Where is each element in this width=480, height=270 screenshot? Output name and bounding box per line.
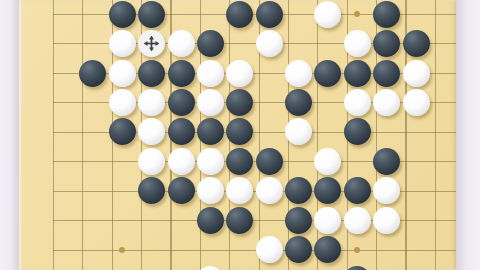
white-stone: [226, 60, 253, 87]
white-stone: [168, 148, 195, 175]
black-stone: [226, 207, 253, 234]
white-stone: [197, 177, 224, 204]
black-stone: [285, 177, 312, 204]
black-stone: [138, 177, 165, 204]
white-stone: [403, 89, 430, 116]
black-stone: [197, 118, 224, 145]
white-stone: [256, 177, 283, 204]
white-stone: [285, 60, 312, 87]
black-stone: [226, 89, 253, 116]
black-stone: [226, 118, 253, 145]
black-stone: [168, 89, 195, 116]
letterbox-left: [0, 0, 19, 270]
black-stone: [79, 60, 106, 87]
white-stone: [197, 60, 224, 87]
white-stone: [168, 30, 195, 57]
black-stone: [285, 207, 312, 234]
black-stone: [168, 177, 195, 204]
white-stone: [226, 177, 253, 204]
black-stone: [138, 1, 165, 28]
black-stone: [373, 1, 400, 28]
black-stone: [197, 207, 224, 234]
white-stone: [109, 60, 136, 87]
white-stone: [256, 236, 283, 263]
white-stone: [197, 148, 224, 175]
black-stone: [403, 30, 430, 57]
white-stone: [403, 60, 430, 87]
white-stone: [138, 89, 165, 116]
white-stone: [285, 118, 312, 145]
letterbox-right: [456, 0, 480, 270]
black-stone: [285, 89, 312, 116]
black-stone: [344, 177, 371, 204]
white-stone: [314, 1, 341, 28]
black-stone: [314, 177, 341, 204]
black-stone: [373, 30, 400, 57]
white-stone: [373, 177, 400, 204]
placement-cursor-stone[interactable]: [138, 30, 165, 57]
black-stone: [168, 118, 195, 145]
black-stone: [344, 60, 371, 87]
black-stone: [226, 1, 253, 28]
white-stone: [373, 207, 400, 234]
white-stone: [314, 148, 341, 175]
white-stone: [109, 89, 136, 116]
white-stone: [344, 89, 371, 116]
white-stone: [344, 30, 371, 57]
black-stone: [138, 60, 165, 87]
white-stone: [138, 148, 165, 175]
black-stone: [109, 118, 136, 145]
black-stone: [256, 148, 283, 175]
black-stone: [226, 148, 253, 175]
app-screen: [0, 0, 480, 270]
white-stone: [373, 89, 400, 116]
white-stone: [314, 207, 341, 234]
black-stone: [109, 1, 136, 28]
black-stone: [373, 148, 400, 175]
black-stone: [285, 236, 312, 263]
black-stone: [314, 236, 341, 263]
move-cursor-icon: [143, 35, 160, 52]
white-stone: [344, 207, 371, 234]
stones-grid: [20, 0, 461, 264]
white-stone: [109, 30, 136, 57]
black-stone: [344, 118, 371, 145]
black-stone: [168, 60, 195, 87]
black-stone: [256, 1, 283, 28]
white-stone: [197, 89, 224, 116]
black-stone: [373, 60, 400, 87]
white-stone: [138, 118, 165, 145]
black-stone: [314, 60, 341, 87]
black-stone: [197, 30, 224, 57]
white-stone: [256, 30, 283, 57]
